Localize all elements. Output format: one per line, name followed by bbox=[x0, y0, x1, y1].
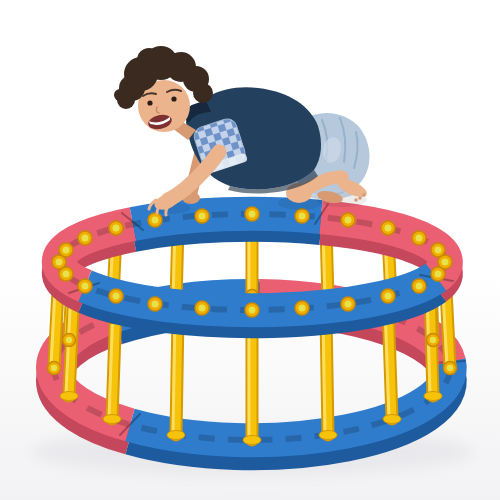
bolt-cap bbox=[381, 221, 395, 235]
bolt-cap bbox=[431, 243, 445, 257]
bolt-cap bbox=[63, 334, 76, 347]
bolt-cap bbox=[245, 303, 259, 317]
bolt-cap bbox=[427, 334, 440, 347]
bolt-cap bbox=[444, 362, 457, 375]
bolt-cap bbox=[48, 362, 61, 375]
scene-illustration bbox=[0, 0, 500, 500]
bolt-cap bbox=[412, 279, 426, 293]
bolt-cap bbox=[148, 297, 162, 311]
bolt-cap bbox=[341, 213, 355, 227]
bolt-cap bbox=[109, 221, 123, 235]
bolt-cap bbox=[78, 279, 92, 293]
bolt-cap bbox=[412, 231, 426, 245]
climbing-ring-toy bbox=[48, 204, 466, 453]
bolt-cap bbox=[109, 289, 123, 303]
bolt-cap bbox=[295, 209, 309, 223]
boy-eye bbox=[171, 96, 176, 101]
bolt-cap bbox=[295, 301, 309, 315]
bolt-cap bbox=[341, 297, 355, 311]
bolt-cap bbox=[431, 267, 445, 281]
bolt-cap bbox=[59, 243, 73, 257]
bolt-cap bbox=[195, 301, 209, 315]
bolt-cap bbox=[78, 231, 92, 245]
bolt-cap bbox=[381, 289, 395, 303]
bolt-cap bbox=[245, 207, 259, 221]
bolt-cap bbox=[148, 213, 162, 227]
bolt-cap bbox=[195, 209, 209, 223]
product-photo bbox=[0, 0, 500, 500]
boy-eye bbox=[147, 100, 152, 105]
